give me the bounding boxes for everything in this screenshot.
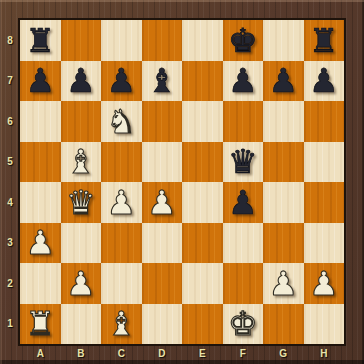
- piece-black-king[interactable]: ♚: [223, 20, 264, 61]
- file-label-g: G: [263, 344, 304, 362]
- square-d3[interactable]: [142, 223, 183, 264]
- square-f3[interactable]: [223, 223, 264, 264]
- square-e3[interactable]: [182, 223, 223, 264]
- piece-white-rook[interactable]: ♜: [20, 304, 61, 345]
- square-d8[interactable]: [142, 20, 183, 61]
- square-a5[interactable]: [20, 142, 61, 183]
- square-g2[interactable]: ♟: [263, 263, 304, 304]
- rank-label-3: 3: [0, 223, 20, 264]
- square-d5[interactable]: [142, 142, 183, 183]
- square-c2[interactable]: [101, 263, 142, 304]
- square-g4[interactable]: [263, 182, 304, 223]
- piece-white-bishop[interactable]: ♝: [61, 142, 102, 183]
- square-d2[interactable]: [142, 263, 183, 304]
- piece-black-pawn[interactable]: ♟: [223, 182, 264, 223]
- piece-black-rook[interactable]: ♜: [20, 20, 61, 61]
- square-e2[interactable]: [182, 263, 223, 304]
- square-a8[interactable]: ♜: [20, 20, 61, 61]
- square-b7[interactable]: ♟: [61, 61, 102, 102]
- square-a6[interactable]: [20, 101, 61, 142]
- file-label-a: A: [20, 344, 61, 362]
- piece-black-pawn[interactable]: ♟: [101, 61, 142, 102]
- square-b1[interactable]: [61, 304, 102, 345]
- piece-white-pawn[interactable]: ♟: [101, 182, 142, 223]
- square-b5[interactable]: ♝: [61, 142, 102, 183]
- chess-board-frame: ♜♚♜♟♟♟♝♟♟♟♞♝♛♛♟♟♟♟♟♟♟♜♝♚ 87654321 ABCDEF…: [0, 0, 364, 364]
- square-g5[interactable]: [263, 142, 304, 183]
- rank-labels: 87654321: [0, 20, 20, 344]
- square-c8[interactable]: [101, 20, 142, 61]
- square-c3[interactable]: [101, 223, 142, 264]
- piece-black-bishop[interactable]: ♝: [142, 61, 183, 102]
- square-h5[interactable]: [304, 142, 345, 183]
- file-label-b: B: [61, 344, 102, 362]
- square-h7[interactable]: ♟: [304, 61, 345, 102]
- piece-white-pawn[interactable]: ♟: [20, 223, 61, 264]
- square-e4[interactable]: [182, 182, 223, 223]
- square-f7[interactable]: ♟: [223, 61, 264, 102]
- square-h3[interactable]: [304, 223, 345, 264]
- square-c7[interactable]: ♟: [101, 61, 142, 102]
- square-a2[interactable]: [20, 263, 61, 304]
- square-b6[interactable]: [61, 101, 102, 142]
- square-c4[interactable]: ♟: [101, 182, 142, 223]
- rank-label-6: 6: [0, 101, 20, 142]
- piece-white-knight[interactable]: ♞: [101, 101, 142, 142]
- square-b3[interactable]: [61, 223, 102, 264]
- square-f6[interactable]: [223, 101, 264, 142]
- square-h8[interactable]: ♜: [304, 20, 345, 61]
- piece-black-pawn[interactable]: ♟: [20, 61, 61, 102]
- piece-white-pawn[interactable]: ♟: [61, 263, 102, 304]
- square-f5[interactable]: ♛: [223, 142, 264, 183]
- square-b4[interactable]: ♛: [61, 182, 102, 223]
- square-c5[interactable]: [101, 142, 142, 183]
- square-d1[interactable]: [142, 304, 183, 345]
- file-label-d: D: [142, 344, 183, 362]
- square-e8[interactable]: [182, 20, 223, 61]
- rank-label-5: 5: [0, 142, 20, 183]
- piece-black-queen[interactable]: ♛: [223, 142, 264, 183]
- piece-black-pawn[interactable]: ♟: [263, 61, 304, 102]
- file-label-c: C: [101, 344, 142, 362]
- square-b2[interactable]: ♟: [61, 263, 102, 304]
- piece-black-pawn[interactable]: ♟: [304, 61, 345, 102]
- rank-label-4: 4: [0, 182, 20, 223]
- square-g3[interactable]: [263, 223, 304, 264]
- square-f2[interactable]: [223, 263, 264, 304]
- piece-white-bishop[interactable]: ♝: [101, 304, 142, 345]
- square-e6[interactable]: [182, 101, 223, 142]
- file-labels: ABCDEFGH: [20, 344, 344, 362]
- square-a1[interactable]: ♜: [20, 304, 61, 345]
- square-d4[interactable]: ♟: [142, 182, 183, 223]
- square-e5[interactable]: [182, 142, 223, 183]
- chess-board: ♜♚♜♟♟♟♝♟♟♟♞♝♛♛♟♟♟♟♟♟♟♜♝♚: [20, 20, 344, 344]
- piece-black-pawn[interactable]: ♟: [61, 61, 102, 102]
- piece-white-king[interactable]: ♚: [223, 304, 264, 345]
- square-d7[interactable]: ♝: [142, 61, 183, 102]
- square-h4[interactable]: [304, 182, 345, 223]
- square-g1[interactable]: [263, 304, 304, 345]
- file-label-e: E: [182, 344, 223, 362]
- square-g6[interactable]: [263, 101, 304, 142]
- square-b8[interactable]: [61, 20, 102, 61]
- piece-black-rook[interactable]: ♜: [304, 20, 345, 61]
- square-f1[interactable]: ♚: [223, 304, 264, 345]
- square-a7[interactable]: ♟: [20, 61, 61, 102]
- square-h1[interactable]: [304, 304, 345, 345]
- square-f4[interactable]: ♟: [223, 182, 264, 223]
- square-d6[interactable]: [142, 101, 183, 142]
- piece-white-queen[interactable]: ♛: [61, 182, 102, 223]
- square-h6[interactable]: [304, 101, 345, 142]
- square-a3[interactable]: ♟: [20, 223, 61, 264]
- piece-white-pawn[interactable]: ♟: [304, 263, 345, 304]
- rank-label-2: 2: [0, 263, 20, 304]
- square-c1[interactable]: ♝: [101, 304, 142, 345]
- file-label-h: H: [304, 344, 345, 362]
- square-g7[interactable]: ♟: [263, 61, 304, 102]
- square-h2[interactable]: ♟: [304, 263, 345, 304]
- file-label-f: F: [223, 344, 264, 362]
- piece-white-pawn[interactable]: ♟: [142, 182, 183, 223]
- square-e1[interactable]: [182, 304, 223, 345]
- rank-label-1: 1: [0, 304, 20, 345]
- square-c6[interactable]: ♞: [101, 101, 142, 142]
- square-e7[interactable]: [182, 61, 223, 102]
- rank-label-7: 7: [0, 61, 20, 102]
- square-f8[interactable]: ♚: [223, 20, 264, 61]
- square-g8[interactable]: [263, 20, 304, 61]
- rank-label-8: 8: [0, 20, 20, 61]
- piece-white-pawn[interactable]: ♟: [263, 263, 304, 304]
- piece-black-pawn[interactable]: ♟: [223, 61, 264, 102]
- square-a4[interactable]: [20, 182, 61, 223]
